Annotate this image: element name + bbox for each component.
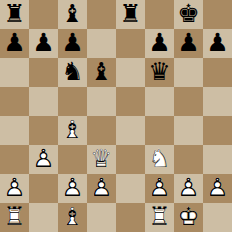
white-pawn-outline-layer: ♙ xyxy=(87,174,116,203)
white-bishop-outline-layer: ♗ xyxy=(58,203,87,232)
square-a7[interactable]: ♟ xyxy=(0,29,29,58)
piece-white-pawn: ♟♙ xyxy=(87,174,116,203)
square-b4[interactable] xyxy=(29,116,58,145)
black-pawn-glyph: ♟ xyxy=(58,29,87,58)
white-pawn-fill-layer: ♟ xyxy=(58,174,87,203)
white-pawn-fill-layer: ♟ xyxy=(0,174,29,203)
square-a6[interactable] xyxy=(0,58,29,87)
square-a4[interactable] xyxy=(0,116,29,145)
chess-board: ♜♝♜♚♟♟♟♟♟♟♞♝♛♝♗♟♙♛♕♞♘♟♙♟♙♟♙♟♙♟♙♟♙♜♖♝♗♜♖♚… xyxy=(0,0,232,232)
piece-black-queen: ♛ xyxy=(145,58,174,87)
white-bishop-outline-layer: ♗ xyxy=(58,116,87,145)
square-h5[interactable] xyxy=(203,87,232,116)
black-bishop-glyph: ♝ xyxy=(87,58,116,87)
piece-white-pawn: ♟♙ xyxy=(29,145,58,174)
piece-white-knight: ♞♘ xyxy=(145,145,174,174)
white-pawn-fill-layer: ♟ xyxy=(174,174,203,203)
square-c7[interactable]: ♟ xyxy=(58,29,87,58)
square-f3[interactable]: ♞♘ xyxy=(145,145,174,174)
piece-black-pawn: ♟ xyxy=(203,29,232,58)
square-g6[interactable] xyxy=(174,58,203,87)
square-e5[interactable] xyxy=(116,87,145,116)
square-c4[interactable]: ♝♗ xyxy=(58,116,87,145)
white-rook-outline-layer: ♖ xyxy=(145,203,174,232)
white-knight-outline-layer: ♘ xyxy=(145,145,174,174)
black-queen-glyph: ♛ xyxy=(145,58,174,87)
piece-black-pawn: ♟ xyxy=(145,29,174,58)
white-pawn-outline-layer: ♙ xyxy=(203,174,232,203)
square-g8[interactable]: ♚ xyxy=(174,0,203,29)
square-b3[interactable]: ♟♙ xyxy=(29,145,58,174)
square-e6[interactable] xyxy=(116,58,145,87)
square-b1[interactable] xyxy=(29,203,58,232)
white-rook-outline-layer: ♖ xyxy=(0,203,29,232)
piece-white-pawn: ♟♙ xyxy=(58,174,87,203)
piece-black-rook: ♜ xyxy=(0,0,29,29)
square-a2[interactable]: ♟♙ xyxy=(0,174,29,203)
square-d4[interactable] xyxy=(87,116,116,145)
piece-white-pawn: ♟♙ xyxy=(174,174,203,203)
square-f8[interactable] xyxy=(145,0,174,29)
piece-white-queen: ♛♕ xyxy=(87,145,116,174)
white-bishop-fill-layer: ♝ xyxy=(58,203,87,232)
black-king-glyph: ♚ xyxy=(174,0,203,29)
white-bishop-fill-layer: ♝ xyxy=(58,116,87,145)
piece-black-pawn: ♟ xyxy=(174,29,203,58)
square-h1[interactable] xyxy=(203,203,232,232)
black-pawn-glyph: ♟ xyxy=(174,29,203,58)
black-rook-glyph: ♜ xyxy=(0,0,29,29)
square-b2[interactable] xyxy=(29,174,58,203)
square-c1[interactable]: ♝♗ xyxy=(58,203,87,232)
square-b6[interactable] xyxy=(29,58,58,87)
white-pawn-fill-layer: ♟ xyxy=(87,174,116,203)
square-d1[interactable] xyxy=(87,203,116,232)
white-pawn-fill-layer: ♟ xyxy=(145,174,174,203)
white-rook-fill-layer: ♜ xyxy=(0,203,29,232)
black-pawn-glyph: ♟ xyxy=(0,29,29,58)
piece-black-pawn: ♟ xyxy=(58,29,87,58)
square-h4[interactable] xyxy=(203,116,232,145)
square-h6[interactable] xyxy=(203,58,232,87)
square-a3[interactable] xyxy=(0,145,29,174)
square-a5[interactable] xyxy=(0,87,29,116)
square-e1[interactable] xyxy=(116,203,145,232)
square-d6[interactable]: ♝ xyxy=(87,58,116,87)
piece-black-knight: ♞ xyxy=(58,58,87,87)
piece-white-rook: ♜♖ xyxy=(0,203,29,232)
square-b7[interactable]: ♟ xyxy=(29,29,58,58)
white-knight-fill-layer: ♞ xyxy=(145,145,174,174)
square-g3[interactable] xyxy=(174,145,203,174)
white-king-outline-layer: ♔ xyxy=(174,203,203,232)
square-c3[interactable] xyxy=(58,145,87,174)
square-f6[interactable]: ♛ xyxy=(145,58,174,87)
square-h3[interactable] xyxy=(203,145,232,174)
piece-white-king: ♚♔ xyxy=(174,203,203,232)
square-f4[interactable] xyxy=(145,116,174,145)
square-e4[interactable] xyxy=(116,116,145,145)
square-a8[interactable]: ♜ xyxy=(0,0,29,29)
square-g2[interactable]: ♟♙ xyxy=(174,174,203,203)
white-rook-fill-layer: ♜ xyxy=(145,203,174,232)
square-c2[interactable]: ♟♙ xyxy=(58,174,87,203)
square-g7[interactable]: ♟ xyxy=(174,29,203,58)
black-rook-glyph: ♜ xyxy=(116,0,145,29)
square-e2[interactable] xyxy=(116,174,145,203)
square-f7[interactable]: ♟ xyxy=(145,29,174,58)
white-king-fill-layer: ♚ xyxy=(174,203,203,232)
black-pawn-glyph: ♟ xyxy=(203,29,232,58)
white-pawn-fill-layer: ♟ xyxy=(203,174,232,203)
black-knight-glyph: ♞ xyxy=(58,58,87,87)
piece-black-rook: ♜ xyxy=(116,0,145,29)
square-e7[interactable] xyxy=(116,29,145,58)
square-b5[interactable] xyxy=(29,87,58,116)
square-h7[interactable]: ♟ xyxy=(203,29,232,58)
white-pawn-fill-layer: ♟ xyxy=(29,145,58,174)
piece-black-pawn: ♟ xyxy=(0,29,29,58)
white-pawn-outline-layer: ♙ xyxy=(58,174,87,203)
square-e8[interactable]: ♜ xyxy=(116,0,145,29)
piece-white-bishop: ♝♗ xyxy=(58,116,87,145)
square-a1[interactable]: ♜♖ xyxy=(0,203,29,232)
square-d8[interactable] xyxy=(87,0,116,29)
square-b8[interactable] xyxy=(29,0,58,29)
white-pawn-outline-layer: ♙ xyxy=(174,174,203,203)
square-h2[interactable]: ♟♙ xyxy=(203,174,232,203)
square-f2[interactable]: ♟♙ xyxy=(145,174,174,203)
white-pawn-outline-layer: ♙ xyxy=(145,174,174,203)
piece-black-king: ♚ xyxy=(174,0,203,29)
piece-white-pawn: ♟♙ xyxy=(145,174,174,203)
piece-white-pawn: ♟♙ xyxy=(203,174,232,203)
black-bishop-glyph: ♝ xyxy=(58,0,87,29)
square-g1[interactable]: ♚♔ xyxy=(174,203,203,232)
piece-black-pawn: ♟ xyxy=(29,29,58,58)
square-g4[interactable] xyxy=(174,116,203,145)
white-pawn-outline-layer: ♙ xyxy=(0,174,29,203)
piece-white-pawn: ♟♙ xyxy=(0,174,29,203)
square-c8[interactable]: ♝ xyxy=(58,0,87,29)
square-g5[interactable] xyxy=(174,87,203,116)
piece-white-bishop: ♝♗ xyxy=(58,203,87,232)
square-d7[interactable] xyxy=(87,29,116,58)
square-f5[interactable] xyxy=(145,87,174,116)
black-pawn-glyph: ♟ xyxy=(145,29,174,58)
white-pawn-outline-layer: ♙ xyxy=(29,145,58,174)
piece-white-rook: ♜♖ xyxy=(145,203,174,232)
square-f1[interactable]: ♜♖ xyxy=(145,203,174,232)
square-c5[interactable] xyxy=(58,87,87,116)
black-pawn-glyph: ♟ xyxy=(29,29,58,58)
square-d2[interactable]: ♟♙ xyxy=(87,174,116,203)
white-queen-fill-layer: ♛ xyxy=(87,145,116,174)
square-e3[interactable] xyxy=(116,145,145,174)
square-d5[interactable] xyxy=(87,87,116,116)
white-queen-outline-layer: ♕ xyxy=(87,145,116,174)
square-h8[interactable] xyxy=(203,0,232,29)
piece-black-bishop: ♝ xyxy=(87,58,116,87)
piece-black-bishop: ♝ xyxy=(58,0,87,29)
square-c6[interactable]: ♞ xyxy=(58,58,87,87)
square-d3[interactable]: ♛♕ xyxy=(87,145,116,174)
